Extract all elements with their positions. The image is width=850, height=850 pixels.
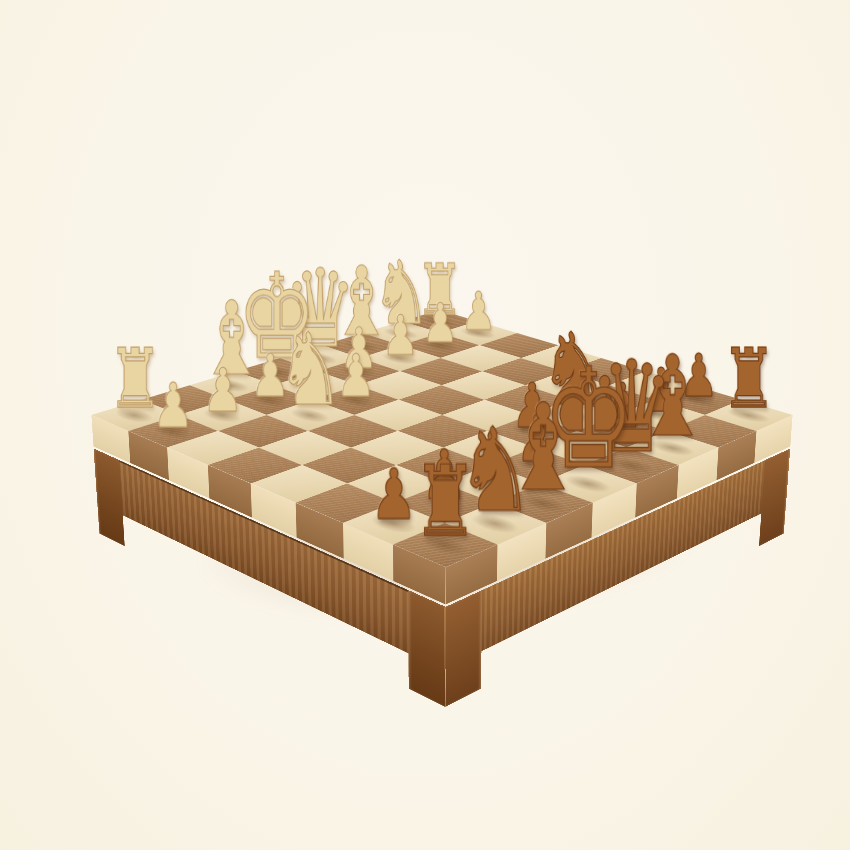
white-knight-f3: ♞	[277, 320, 344, 420]
black-pawn-h7: ♟	[371, 459, 418, 529]
box-foot-near-corner-front	[408, 590, 445, 707]
black-rook-a8: ♜	[721, 338, 776, 420]
white-pawn-h2: ♟	[153, 375, 194, 436]
white-pawn-b2: ♟	[422, 296, 458, 350]
box-foot-right-corner	[759, 448, 790, 546]
chess-set-scene: ♜♟♟♜♞♟♟♝♟♞♟♝♛♟♟♛♚♟♟♚♝♟♞♟♝♟♟♞♜♟♟♜	[0, 0, 850, 850]
box-foot-near-corner-right	[445, 590, 482, 707]
white-pawn-c2: ♟	[382, 308, 419, 363]
black-rook-h8: ♜	[412, 453, 478, 551]
white-pawn-a2: ♟	[461, 285, 496, 338]
chess-board: ♜♟♟♜♞♟♟♝♟♞♟♝♛♟♟♛♚♟♟♚♝♟♞♟♝♟♟♞♜♟♟♜	[91, 310, 792, 567]
white-pawn-g2: ♟	[203, 360, 243, 420]
product-photo: ♜♟♟♜♞♟♟♝♟♞♟♝♛♟♟♛♚♟♟♚♝♟♞♟♝♟♟♞♜♟♟♜	[0, 0, 850, 850]
